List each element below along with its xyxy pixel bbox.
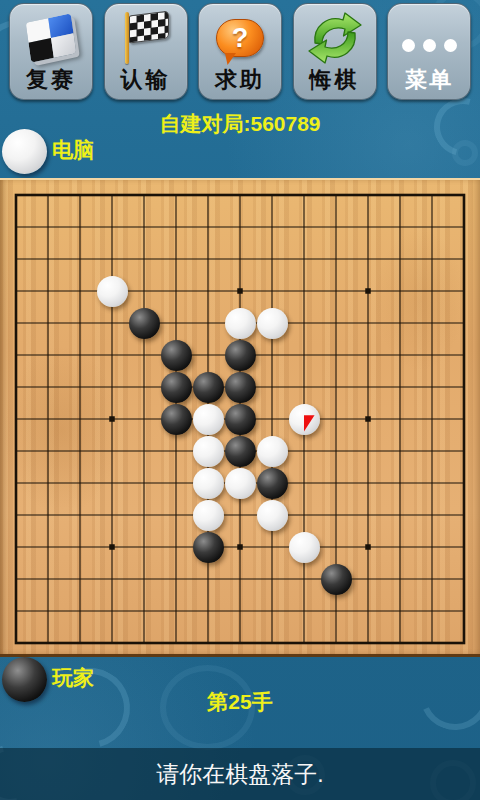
black-stone — [321, 564, 352, 595]
question-mark: ? — [232, 23, 249, 54]
white-stone — [257, 500, 288, 531]
star-point — [365, 288, 371, 294]
rematch-button[interactable]: 复赛 — [9, 3, 93, 100]
star-point — [365, 416, 371, 422]
white-stone — [193, 468, 224, 499]
black-stone — [161, 404, 192, 435]
white-stone — [97, 276, 128, 307]
undo-button-label: 悔棋 — [310, 67, 360, 93]
black-stone — [193, 372, 224, 403]
star-point — [109, 416, 115, 422]
ellipsis-icon — [402, 9, 457, 67]
white-stone — [225, 308, 256, 339]
white-stone — [193, 436, 224, 467]
white-stone — [257, 308, 288, 339]
black-stone — [161, 372, 192, 403]
move-counter: 第25手 — [0, 688, 480, 716]
status-message: 请你在棋盘落子. — [156, 759, 323, 790]
undo-arrows-icon — [307, 9, 363, 67]
resign-button[interactable]: 认输 — [104, 3, 188, 100]
white-stone — [289, 532, 320, 563]
white-stone — [193, 500, 224, 531]
help-button[interactable]: ? 求助 — [198, 3, 282, 100]
white-stone-last-move — [289, 404, 320, 435]
black-stone — [193, 532, 224, 563]
status-message-bar: 请你在棋盘落子. — [0, 748, 480, 800]
undo-move-button[interactable]: 悔棋 — [293, 3, 377, 100]
black-stone — [161, 340, 192, 371]
goban[interactable] — [0, 178, 480, 657]
white-stone — [257, 436, 288, 467]
swirl-decoration — [452, 140, 478, 166]
black-stone — [225, 436, 256, 467]
white-stone — [193, 404, 224, 435]
star-point — [237, 288, 243, 294]
checkered-flag-icon — [118, 9, 174, 67]
help-button-label: 求助 — [215, 67, 265, 93]
question-bubble-icon: ? — [216, 9, 264, 67]
star-point — [109, 544, 115, 550]
rematch-button-label: 复赛 — [26, 67, 76, 93]
toolbar: 复赛 认输 ? 求助 悔棋 — [0, 3, 480, 100]
menu-button-label: 菜单 — [405, 67, 453, 93]
resign-button-label: 认输 — [121, 67, 171, 93]
black-stone — [129, 308, 160, 339]
black-stone — [225, 372, 256, 403]
white-stone — [225, 468, 256, 499]
black-stone — [225, 404, 256, 435]
last-move-marker-icon — [289, 404, 320, 435]
computer-label: 电脑 — [52, 136, 94, 164]
black-stone — [257, 468, 288, 499]
star-point — [237, 544, 243, 550]
computer-player-row: 电脑 — [2, 129, 94, 174]
black-stone — [225, 340, 256, 371]
menu-button[interactable]: 菜单 — [387, 3, 471, 100]
board-cube-icon — [28, 9, 74, 67]
white-stone-icon — [2, 129, 47, 174]
star-point — [365, 544, 371, 550]
